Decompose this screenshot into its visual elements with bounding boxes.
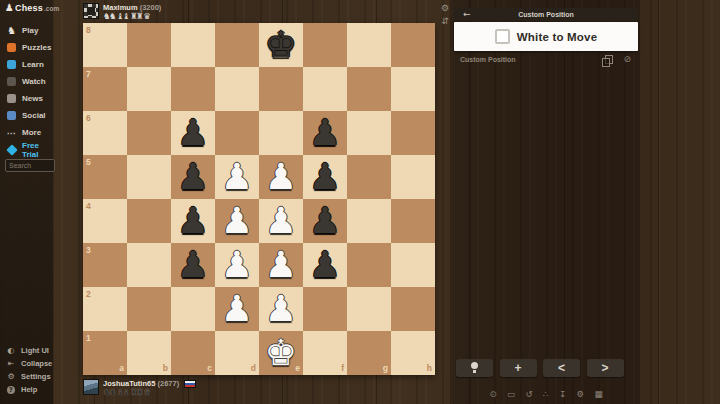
square-d4[interactable]: ♟ bbox=[215, 199, 259, 243]
logo-tld: .com bbox=[44, 5, 59, 12]
square-e8[interactable]: ♚ bbox=[259, 23, 303, 67]
square-b2[interactable] bbox=[127, 287, 171, 331]
top-captured-pieces: ♞♞ ♝♝ ♜♜ ♛ bbox=[103, 12, 161, 21]
sidebar-item-watch[interactable]: Watch bbox=[0, 73, 53, 90]
square-e2[interactable]: ♟ bbox=[259, 287, 303, 331]
puzzle-icon bbox=[6, 43, 17, 52]
white-pawn[interactable]: ♟ bbox=[259, 155, 303, 199]
sidebar-item-label: News bbox=[22, 94, 43, 103]
rank-label: 2 bbox=[86, 289, 91, 299]
social-icon bbox=[6, 111, 17, 120]
download-icon[interactable]: ↧ bbox=[559, 389, 566, 399]
square-a6[interactable]: 6 bbox=[83, 111, 127, 155]
panel-header: ← Custom Position bbox=[454, 8, 638, 21]
learn-icon bbox=[6, 60, 17, 69]
board-icon[interactable]: ▦ bbox=[595, 389, 603, 399]
sidebar-item-label: Learn bbox=[22, 60, 44, 69]
square-f4[interactable]: ♟ bbox=[303, 199, 347, 243]
clear-icon[interactable]: ⊘ bbox=[623, 54, 631, 64]
sidebar-item-label: Watch bbox=[22, 77, 46, 86]
diamond-icon bbox=[6, 146, 17, 154]
square-c1[interactable]: c bbox=[171, 331, 215, 375]
black-pawn[interactable]: ♟ bbox=[171, 155, 215, 199]
square-a8[interactable]: 8 bbox=[83, 23, 127, 67]
square-f7[interactable] bbox=[303, 67, 347, 111]
square-d1[interactable]: d bbox=[215, 331, 259, 375]
file-label: h bbox=[427, 363, 432, 373]
square-h6[interactable] bbox=[391, 111, 435, 155]
rank-label: 3 bbox=[86, 245, 91, 255]
square-a4[interactable]: 4 bbox=[83, 199, 127, 243]
bottom-captured-pieces: ♞♞ ♝♝ ♜♜ ♛ bbox=[103, 388, 196, 397]
chevron-left-icon: < bbox=[558, 359, 565, 377]
back-arrow-icon[interactable]: ← bbox=[463, 8, 471, 21]
copy-icon[interactable] bbox=[605, 55, 613, 64]
square-h1[interactable]: h bbox=[391, 331, 435, 375]
square-b3[interactable] bbox=[127, 243, 171, 287]
black-pawn[interactable]: ♟ bbox=[171, 111, 215, 155]
black-pawn[interactable]: ♟ bbox=[303, 199, 347, 243]
sidebar-item-play[interactable]: ♞ Play bbox=[0, 22, 53, 39]
file-label: d bbox=[251, 363, 256, 373]
square-a7[interactable]: 7 bbox=[83, 67, 127, 111]
square-f3[interactable]: ♟ bbox=[303, 243, 347, 287]
black-pawn[interactable]: ♟ bbox=[303, 243, 347, 287]
file-label: a bbox=[119, 363, 124, 373]
square-d3[interactable]: ♟ bbox=[215, 243, 259, 287]
rotate-icon[interactable]: ↺ bbox=[525, 389, 532, 399]
app-window: ♟ Chess .com ♞ Play Puzzles Learn Watch bbox=[0, 0, 720, 404]
white-king[interactable]: ♚ bbox=[259, 331, 303, 375]
caption-label: Custom Position bbox=[460, 56, 605, 63]
square-g6[interactable] bbox=[347, 111, 391, 155]
file-label: c bbox=[207, 363, 212, 373]
white-pawn[interactable]: ♟ bbox=[215, 287, 259, 331]
square-c6[interactable]: ♟ bbox=[171, 111, 215, 155]
bottom-player-rating: (2677) bbox=[157, 379, 179, 388]
square-e7[interactable] bbox=[259, 67, 303, 111]
square-a3[interactable]: 3 bbox=[83, 243, 127, 287]
sidebar-item-social[interactable]: Social bbox=[0, 107, 53, 124]
square-g5[interactable] bbox=[347, 155, 391, 199]
square-c8[interactable] bbox=[171, 23, 215, 67]
computer-icon[interactable]: ▭ bbox=[507, 389, 515, 399]
rank-label: 5 bbox=[86, 157, 91, 167]
collapse-icon: ⇤ bbox=[6, 359, 16, 369]
square-h5[interactable] bbox=[391, 155, 435, 199]
sidebar: ♟ Chess .com ♞ Play Puzzles Learn Watch bbox=[0, 0, 53, 404]
chevron-right-icon: > bbox=[601, 359, 608, 377]
sidebar-nav: ♞ Play Puzzles Learn Watch News Socia bbox=[0, 22, 53, 158]
square-d5[interactable]: ♟ bbox=[215, 155, 259, 199]
logo-brand: Chess bbox=[15, 3, 43, 13]
collapse-button[interactable]: ⇤ Collapse bbox=[0, 357, 53, 370]
country-flag-icon bbox=[184, 380, 196, 388]
black-pawn[interactable]: ♟ bbox=[171, 243, 215, 287]
square-e5[interactable]: ♟ bbox=[259, 155, 303, 199]
sidebar-item-puzzles[interactable]: Puzzles bbox=[0, 39, 53, 56]
add-move-button[interactable]: + bbox=[500, 359, 537, 377]
square-h4[interactable] bbox=[391, 199, 435, 243]
search-input[interactable] bbox=[5, 159, 55, 172]
square-b5[interactable] bbox=[127, 155, 171, 199]
square-h7[interactable] bbox=[391, 67, 435, 111]
caption-row: Custom Position ⊘ bbox=[454, 53, 638, 65]
panel-mini-toolbar: ⊙ ▭ ↺ ∴ ↧ ⚙ ▦ bbox=[454, 383, 638, 401]
help-icon: ? bbox=[6, 385, 16, 395]
square-e6[interactable] bbox=[259, 111, 303, 155]
sidebar-item-label: Play bbox=[22, 26, 38, 35]
file-label: f bbox=[341, 363, 344, 373]
square-g4[interactable] bbox=[347, 199, 391, 243]
square-g2[interactable] bbox=[347, 287, 391, 331]
square-c4[interactable]: ♟ bbox=[171, 199, 215, 243]
white-pawn[interactable]: ♟ bbox=[215, 199, 259, 243]
square-b6[interactable] bbox=[127, 111, 171, 155]
footer-item-label: Collapse bbox=[21, 359, 52, 368]
rank-label: 7 bbox=[86, 69, 91, 79]
square-d7[interactable] bbox=[215, 67, 259, 111]
white-pawn[interactable]: ♟ bbox=[259, 199, 303, 243]
white-pawn[interactable]: ♟ bbox=[259, 287, 303, 331]
sidebar-item-label: Puzzles bbox=[22, 43, 51, 52]
settings-button[interactable]: ⚙ Settings bbox=[0, 370, 53, 383]
square-e4[interactable]: ♟ bbox=[259, 199, 303, 243]
black-pawn[interactable]: ♟ bbox=[303, 111, 347, 155]
square-g8[interactable] bbox=[347, 23, 391, 67]
sidebar-footer: ◐ Light UI ⇤ Collapse ⚙ Settings ? Help bbox=[0, 344, 53, 396]
rank-label: 8 bbox=[86, 25, 91, 35]
more-icon: ⋯ bbox=[6, 128, 17, 138]
sidebar-item-label: Social bbox=[22, 111, 46, 120]
sidebar-item-more[interactable]: ⋯ More bbox=[0, 124, 53, 141]
share-icon[interactable]: ∴ bbox=[543, 389, 548, 399]
square-f5[interactable]: ♟ bbox=[303, 155, 347, 199]
square-b4[interactable] bbox=[127, 199, 171, 243]
footer-item-label: Light UI bbox=[21, 346, 49, 355]
top-player-avatar[interactable] bbox=[83, 3, 99, 19]
magnifier-icon[interactable]: ⊙ bbox=[489, 389, 496, 399]
square-a2[interactable]: 2 bbox=[83, 287, 127, 331]
gear-icon: ⚙ bbox=[6, 372, 16, 382]
footer-item-label: Settings bbox=[21, 372, 51, 381]
sidebar-item-label: Free Trial bbox=[22, 141, 53, 159]
file-label: g bbox=[383, 363, 388, 373]
square-b8[interactable] bbox=[127, 23, 171, 67]
bottom-player-row: JoshuaTutin65 (2677) ♞♞ ♝♝ ♜♜ ♛ bbox=[83, 379, 196, 397]
sidebar-item-label: More bbox=[22, 128, 41, 137]
square-g1[interactable]: g bbox=[347, 331, 391, 375]
chesscom-logo[interactable]: ♟ Chess .com bbox=[5, 3, 59, 13]
white-pawn[interactable]: ♟ bbox=[259, 243, 303, 287]
square-f1[interactable]: f bbox=[303, 331, 347, 375]
white-to-move-checkbox[interactable] bbox=[495, 29, 510, 44]
light-ui-toggle[interactable]: ◐ Light UI bbox=[0, 344, 53, 357]
rank-label: 4 bbox=[86, 201, 91, 211]
panel-title: Custom Position bbox=[454, 11, 638, 18]
bottom-player-avatar[interactable] bbox=[83, 379, 99, 395]
prev-move-button[interactable]: < bbox=[543, 359, 580, 377]
square-b1[interactable]: b bbox=[127, 331, 171, 375]
white-to-move-label: White to Move bbox=[517, 31, 598, 43]
watch-icon bbox=[6, 77, 17, 86]
square-c7[interactable] bbox=[171, 67, 215, 111]
square-c3[interactable]: ♟ bbox=[171, 243, 215, 287]
hint-button[interactable] bbox=[456, 359, 493, 377]
black-king[interactable]: ♚ bbox=[259, 23, 303, 67]
plus-icon: + bbox=[514, 359, 521, 377]
white-pawn[interactable]: ♟ bbox=[215, 155, 259, 199]
gear-icon[interactable]: ⚙ bbox=[576, 389, 584, 399]
help-button[interactable]: ? Help bbox=[0, 383, 53, 396]
square-a5[interactable]: 5 bbox=[83, 155, 127, 199]
white-pawn[interactable]: ♟ bbox=[215, 243, 259, 287]
panel-buttons: + < > bbox=[456, 359, 624, 377]
black-pawn[interactable]: ♟ bbox=[303, 155, 347, 199]
square-d8[interactable] bbox=[215, 23, 259, 67]
square-g7[interactable] bbox=[347, 67, 391, 111]
square-a1[interactable]: 1a bbox=[83, 331, 127, 375]
chess-board: 8♚76♟♟5♟♟♟♟4♟♟♟♟3♟♟♟♟2♟♟1abcde♚fgh bbox=[83, 23, 435, 375]
sidebar-item-free-trial[interactable]: Free Trial bbox=[0, 141, 53, 158]
square-d2[interactable]: ♟ bbox=[215, 287, 259, 331]
square-f6[interactable]: ♟ bbox=[303, 111, 347, 155]
knight-icon: ♞ bbox=[6, 26, 17, 36]
square-c2[interactable] bbox=[171, 287, 215, 331]
square-b7[interactable] bbox=[127, 67, 171, 111]
square-f8[interactable] bbox=[303, 23, 347, 67]
sidebar-item-learn[interactable]: Learn bbox=[0, 56, 53, 73]
square-h8[interactable] bbox=[391, 23, 435, 67]
news-icon bbox=[6, 94, 17, 103]
black-pawn[interactable]: ♟ bbox=[171, 199, 215, 243]
square-f2[interactable] bbox=[303, 287, 347, 331]
next-move-button[interactable]: > bbox=[587, 359, 624, 377]
sidebar-item-news[interactable]: News bbox=[0, 90, 53, 107]
lightbulb-icon bbox=[471, 362, 479, 374]
top-player-row: Maximum (3200) ♞♞ ♝♝ ♜♜ ♛ bbox=[83, 3, 161, 21]
square-c5[interactable]: ♟ bbox=[171, 155, 215, 199]
rank-label: 6 bbox=[86, 113, 91, 123]
footer-item-label: Help bbox=[21, 385, 37, 394]
pawn-logo-icon: ♟ bbox=[5, 3, 14, 13]
square-e3[interactable]: ♟ bbox=[259, 243, 303, 287]
square-h3[interactable] bbox=[391, 243, 435, 287]
square-h2[interactable] bbox=[391, 287, 435, 331]
file-label: b bbox=[163, 363, 168, 373]
contrast-icon: ◐ bbox=[6, 346, 16, 356]
white-to-move-row: White to Move bbox=[454, 22, 638, 51]
square-e1[interactable]: e♚ bbox=[259, 331, 303, 375]
square-d6[interactable] bbox=[215, 111, 259, 155]
square-g3[interactable] bbox=[347, 243, 391, 287]
rank-label: 1 bbox=[86, 333, 91, 343]
